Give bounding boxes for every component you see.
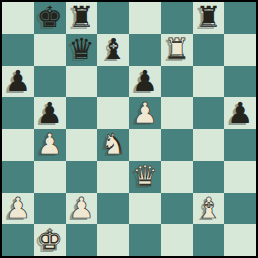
chess-board-frame: ♚♜♜♛♝♜♟♟♟♟♟♟♞♛♟♟♝♚: [0, 0, 258, 258]
piece-black-rook-c8[interactable]: ♜: [68, 3, 94, 32]
square-f6[interactable]: [161, 66, 193, 98]
square-d5[interactable]: [97, 97, 129, 129]
square-h8[interactable]: [224, 2, 256, 34]
piece-black-rook-g8[interactable]: ♜: [195, 3, 221, 32]
square-b4[interactable]: ♟: [34, 129, 66, 161]
square-g6[interactable]: [193, 66, 225, 98]
piece-white-pawn-e5[interactable]: ♟: [132, 99, 158, 128]
square-c1[interactable]: [66, 224, 98, 256]
piece-white-king-b1[interactable]: ♚: [37, 226, 63, 255]
square-a7[interactable]: [2, 34, 34, 66]
square-d6[interactable]: [97, 66, 129, 98]
square-g7[interactable]: [193, 34, 225, 66]
piece-black-pawn-b5[interactable]: ♟: [37, 99, 63, 128]
square-b8[interactable]: ♚: [34, 2, 66, 34]
square-d3[interactable]: [97, 161, 129, 193]
piece-white-pawn-c2[interactable]: ♟: [68, 194, 94, 223]
square-a3[interactable]: [2, 161, 34, 193]
square-g2[interactable]: ♝: [193, 193, 225, 225]
square-e3[interactable]: ♛: [129, 161, 161, 193]
square-e5[interactable]: ♟: [129, 97, 161, 129]
piece-black-king-b8[interactable]: ♚: [37, 3, 63, 32]
square-h4[interactable]: [224, 129, 256, 161]
square-b6[interactable]: [34, 66, 66, 98]
square-c4[interactable]: [66, 129, 98, 161]
square-e1[interactable]: [129, 224, 161, 256]
square-f7[interactable]: ♜: [161, 34, 193, 66]
chess-board: ♚♜♜♛♝♜♟♟♟♟♟♟♞♛♟♟♝♚: [2, 2, 256, 256]
square-e4[interactable]: [129, 129, 161, 161]
square-c2[interactable]: ♟: [66, 193, 98, 225]
square-b7[interactable]: [34, 34, 66, 66]
piece-white-rook-f7[interactable]: ♜: [164, 35, 190, 64]
piece-white-knight-d4[interactable]: ♞: [100, 130, 126, 159]
square-e2[interactable]: [129, 193, 161, 225]
square-a8[interactable]: [2, 2, 34, 34]
square-d1[interactable]: [97, 224, 129, 256]
piece-black-pawn-a6[interactable]: ♟: [5, 67, 31, 96]
square-d7[interactable]: ♝: [97, 34, 129, 66]
square-c8[interactable]: ♜: [66, 2, 98, 34]
square-d2[interactable]: [97, 193, 129, 225]
square-e8[interactable]: [129, 2, 161, 34]
square-h5[interactable]: ♟: [224, 97, 256, 129]
square-b2[interactable]: [34, 193, 66, 225]
piece-white-queen-e3[interactable]: ♛: [132, 162, 158, 191]
square-a6[interactable]: ♟: [2, 66, 34, 98]
square-h1[interactable]: [224, 224, 256, 256]
square-f8[interactable]: [161, 2, 193, 34]
square-f2[interactable]: [161, 193, 193, 225]
square-b5[interactable]: ♟: [34, 97, 66, 129]
square-b3[interactable]: [34, 161, 66, 193]
square-g3[interactable]: [193, 161, 225, 193]
square-c5[interactable]: [66, 97, 98, 129]
square-f4[interactable]: [161, 129, 193, 161]
square-d4[interactable]: ♞: [97, 129, 129, 161]
piece-black-queen-c7[interactable]: ♛: [68, 35, 94, 64]
square-e6[interactable]: ♟: [129, 66, 161, 98]
piece-black-bishop-d7[interactable]: ♝: [100, 35, 126, 64]
square-h2[interactable]: [224, 193, 256, 225]
square-a1[interactable]: [2, 224, 34, 256]
piece-white-pawn-b4[interactable]: ♟: [37, 130, 63, 159]
square-d8[interactable]: [97, 2, 129, 34]
square-g4[interactable]: [193, 129, 225, 161]
square-f3[interactable]: [161, 161, 193, 193]
square-g5[interactable]: [193, 97, 225, 129]
square-a2[interactable]: ♟: [2, 193, 34, 225]
piece-black-pawn-h5[interactable]: ♟: [227, 99, 253, 128]
square-h7[interactable]: [224, 34, 256, 66]
square-c7[interactable]: ♛: [66, 34, 98, 66]
square-g8[interactable]: ♜: [193, 2, 225, 34]
square-a4[interactable]: [2, 129, 34, 161]
square-h6[interactable]: [224, 66, 256, 98]
piece-white-bishop-g2[interactable]: ♝: [195, 194, 221, 223]
square-e7[interactable]: [129, 34, 161, 66]
square-f5[interactable]: [161, 97, 193, 129]
square-g1[interactable]: [193, 224, 225, 256]
square-c6[interactable]: [66, 66, 98, 98]
square-h3[interactable]: [224, 161, 256, 193]
square-b1[interactable]: ♚: [34, 224, 66, 256]
piece-white-pawn-a2[interactable]: ♟: [5, 194, 31, 223]
square-f1[interactable]: [161, 224, 193, 256]
piece-black-pawn-e6[interactable]: ♟: [132, 67, 158, 96]
square-a5[interactable]: [2, 97, 34, 129]
square-c3[interactable]: [66, 161, 98, 193]
